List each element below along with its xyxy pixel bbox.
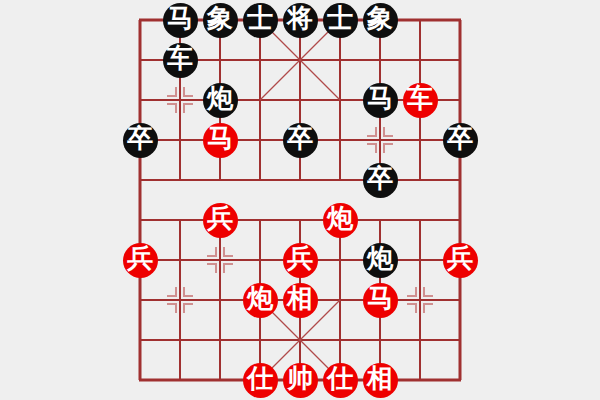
board-intersection[interactable] (120, 40, 160, 80)
board-intersection[interactable] (160, 200, 200, 240)
board-intersection[interactable] (320, 240, 360, 280)
piece-black-soldier[interactable]: 卒 (123, 123, 158, 158)
board-intersection[interactable]: 车 (160, 40, 200, 80)
piece-red-elephant[interactable]: 相 (363, 363, 398, 398)
piece-red-advisor[interactable]: 仕 (243, 363, 278, 398)
board-intersection[interactable] (320, 120, 360, 160)
board-intersection[interactable] (400, 0, 440, 40)
board-intersection[interactable] (280, 200, 320, 240)
board-intersection[interactable] (240, 200, 280, 240)
board-intersection[interactable] (320, 40, 360, 80)
board-intersection[interactable]: 车 (400, 80, 440, 120)
board-intersection[interactable] (440, 160, 480, 200)
board-intersection[interactable]: 马 (360, 80, 400, 120)
board-intersection[interactable] (400, 120, 440, 160)
board-intersection[interactable] (240, 120, 280, 160)
board-intersection[interactable]: 炮 (320, 200, 360, 240)
piece-red-soldier[interactable]: 兵 (283, 243, 318, 278)
board-intersection[interactable]: 炮 (360, 240, 400, 280)
board-intersection[interactable] (360, 200, 400, 240)
board-intersection[interactable]: 帅 (280, 360, 320, 400)
board-intersection[interactable]: 仕 (320, 360, 360, 400)
piece-red-soldier[interactable]: 兵 (123, 243, 158, 278)
board-intersection[interactable] (440, 280, 480, 320)
board-intersection[interactable] (160, 280, 200, 320)
piece-black-elephant[interactable]: 象 (203, 3, 238, 38)
board-intersection[interactable] (400, 280, 440, 320)
board-intersection[interactable] (120, 280, 160, 320)
board-intersection[interactable]: 将 (280, 0, 320, 40)
board-intersection[interactable] (440, 80, 480, 120)
piece-black-advisor[interactable]: 士 (323, 3, 358, 38)
board-intersection[interactable] (440, 320, 480, 360)
board-intersection[interactable] (160, 120, 200, 160)
board-intersection[interactable]: 马 (360, 280, 400, 320)
xiangqi-board: 马象士将士象车炮马车卒马卒卒卒兵炮兵兵炮兵炮相马仕帅仕相 (0, 0, 600, 400)
board-intersection[interactable]: 卒 (440, 120, 480, 160)
piece-black-chariot[interactable]: 车 (163, 43, 198, 78)
piece-black-soldier[interactable]: 卒 (283, 123, 318, 158)
piece-black-horse[interactable]: 马 (363, 83, 398, 118)
board-intersection[interactable] (400, 40, 440, 80)
board-intersection[interactable] (160, 360, 200, 400)
board-intersection[interactable]: 炮 (240, 280, 280, 320)
piece-red-chariot[interactable]: 车 (403, 83, 438, 118)
board-intersection[interactable] (280, 160, 320, 200)
board-intersection[interactable] (240, 40, 280, 80)
board-intersection[interactable] (280, 40, 320, 80)
board-intersection-grid: 马象士将士象车炮马车卒马卒卒卒兵炮兵兵炮兵炮相马仕帅仕相 (120, 0, 480, 400)
board-intersection[interactable]: 士 (240, 0, 280, 40)
board-intersection[interactable] (400, 200, 440, 240)
board-intersection[interactable]: 仕 (240, 360, 280, 400)
board-intersection[interactable]: 相 (280, 280, 320, 320)
board-intersection[interactable] (200, 320, 240, 360)
board-intersection[interactable] (320, 320, 360, 360)
piece-red-cannon[interactable]: 炮 (323, 203, 358, 238)
board-intersection[interactable] (120, 160, 160, 200)
board-intersection[interactable] (160, 240, 200, 280)
board-intersection[interactable]: 卒 (280, 120, 320, 160)
board-intersection[interactable] (280, 320, 320, 360)
board-intersection[interactable] (360, 320, 400, 360)
piece-red-advisor[interactable]: 仕 (323, 363, 358, 398)
board-intersection[interactable] (120, 200, 160, 240)
piece-red-cannon[interactable]: 炮 (243, 283, 278, 318)
board-intersection[interactable] (440, 360, 480, 400)
board-intersection[interactable] (160, 80, 200, 120)
board-intersection[interactable] (120, 320, 160, 360)
board-intersection[interactable] (120, 80, 160, 120)
piece-black-cannon[interactable]: 炮 (203, 83, 238, 118)
board-intersection[interactable]: 兵 (440, 240, 480, 280)
board-intersection[interactable] (400, 160, 440, 200)
board-intersection[interactable] (400, 240, 440, 280)
board-intersection[interactable] (360, 120, 400, 160)
piece-black-general[interactable]: 将 (283, 3, 318, 38)
board-intersection[interactable] (440, 200, 480, 240)
piece-red-horse[interactable]: 马 (363, 283, 398, 318)
board-intersection[interactable] (320, 80, 360, 120)
board-intersection[interactable] (200, 360, 240, 400)
board-intersection[interactable] (120, 0, 160, 40)
board-intersection[interactable]: 兵 (280, 240, 320, 280)
board-intersection[interactable] (240, 80, 280, 120)
board-intersection[interactable]: 士 (320, 0, 360, 40)
board-intersection[interactable] (120, 360, 160, 400)
board-intersection[interactable] (400, 360, 440, 400)
piece-red-general[interactable]: 帅 (283, 363, 318, 398)
board-intersection[interactable]: 卒 (360, 160, 400, 200)
board-intersection[interactable] (440, 40, 480, 80)
board-intersection[interactable] (280, 80, 320, 120)
piece-black-soldier[interactable]: 卒 (443, 123, 478, 158)
board-intersection[interactable]: 马 (160, 0, 200, 40)
piece-black-horse[interactable]: 马 (163, 3, 198, 38)
piece-black-advisor[interactable]: 士 (243, 3, 278, 38)
board-intersection[interactable] (240, 320, 280, 360)
piece-black-soldier[interactable]: 卒 (363, 163, 398, 198)
board-intersection[interactable]: 象 (360, 0, 400, 40)
board-intersection[interactable]: 卒 (120, 120, 160, 160)
board-intersection[interactable] (200, 40, 240, 80)
board-intersection[interactable] (240, 240, 280, 280)
board-intersection[interactable] (320, 160, 360, 200)
board-intersection[interactable] (320, 280, 360, 320)
board-intersection[interactable]: 炮 (200, 80, 240, 120)
piece-red-horse[interactable]: 马 (203, 123, 238, 158)
piece-black-cannon[interactable]: 炮 (363, 243, 398, 278)
board-intersection[interactable] (360, 40, 400, 80)
board-intersection[interactable]: 兵 (120, 240, 160, 280)
board-intersection[interactable] (440, 0, 480, 40)
board-intersection[interactable] (240, 160, 280, 200)
piece-red-soldier[interactable]: 兵 (203, 203, 238, 238)
piece-red-soldier[interactable]: 兵 (443, 243, 478, 278)
board-intersection[interactable]: 马 (200, 120, 240, 160)
board-intersection[interactable]: 象 (200, 0, 240, 40)
board-intersection[interactable] (200, 160, 240, 200)
piece-black-elephant[interactable]: 象 (363, 3, 398, 38)
board-intersection[interactable] (200, 240, 240, 280)
board-intersection[interactable]: 相 (360, 360, 400, 400)
board-intersection[interactable] (400, 320, 440, 360)
piece-red-elephant[interactable]: 相 (283, 283, 318, 318)
board-intersection[interactable]: 兵 (200, 200, 240, 240)
board-intersection[interactable] (160, 320, 200, 360)
board-intersection[interactable] (160, 160, 200, 200)
board-intersection[interactable] (200, 280, 240, 320)
